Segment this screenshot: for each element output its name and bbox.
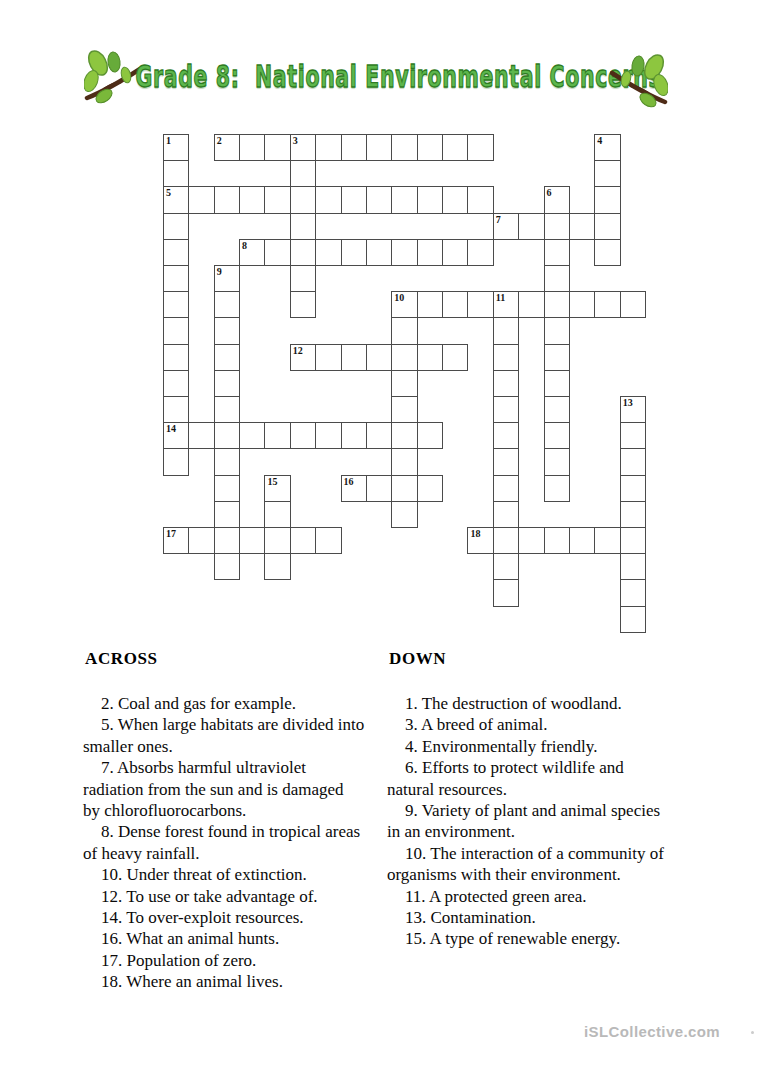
grid-cell-r2c9[interactable] [391, 186, 417, 213]
grid-cell-r17c13[interactable] [493, 579, 519, 606]
grid-cell-r2c6[interactable] [315, 186, 341, 213]
grid-cell-r6c11[interactable] [442, 291, 468, 318]
across-clue-list: 2. Coal and gas for example.5. When larg… [83, 693, 397, 993]
across-clue-16: 16. What an animal hunts. [83, 928, 397, 949]
grid-cell-r3c13[interactable]: 7 [493, 213, 519, 240]
grid-cell-r0c0[interactable]: 1 [163, 134, 189, 161]
grid-cell-r16c2[interactable] [214, 553, 240, 580]
grid-cell-r3c0[interactable] [163, 213, 189, 240]
clue-number: 6 [547, 187, 552, 198]
grid-cell-r5c2[interactable]: 9 [214, 265, 240, 292]
down-clue-11: 11. A protected green area. [387, 886, 701, 907]
grid-cell-r4c11[interactable] [442, 239, 468, 266]
grid-cell-r7c9[interactable] [391, 317, 417, 344]
grid-cell-r9c9[interactable] [391, 370, 417, 397]
grid-cell-r7c0[interactable] [163, 317, 189, 344]
grid-cell-r6c16[interactable] [569, 291, 595, 318]
grid-cell-r2c1[interactable] [188, 186, 214, 213]
grid-cell-r4c15[interactable] [544, 239, 570, 266]
grid-cell-r2c2[interactable] [214, 186, 240, 213]
grid-cell-r3c14[interactable] [518, 213, 544, 240]
grid-cell-r15c2[interactable] [214, 527, 240, 554]
grid-cell-r8c2[interactable] [214, 344, 240, 371]
grid-cell-r14c9[interactable] [391, 501, 417, 528]
grid-cell-r0c11[interactable] [442, 134, 468, 161]
grid-cell-r6c5[interactable] [290, 291, 316, 318]
across-clue-17: 17. Population of zero. [83, 950, 397, 971]
grid-cell-r15c1[interactable] [188, 527, 214, 554]
grid-cell-r15c13[interactable] [493, 527, 519, 554]
grid-cell-r11c5[interactable] [290, 422, 316, 449]
grid-cell-r11c10[interactable] [417, 422, 443, 449]
grid-cell-r14c2[interactable] [214, 501, 240, 528]
grid-cell-r2c11[interactable] [442, 186, 468, 213]
clue-number: 7 [496, 214, 501, 225]
grid-cell-r6c14[interactable] [518, 291, 544, 318]
grid-cell-r8c9[interactable] [391, 344, 417, 371]
down-clue-4: 4. Environmentally friendly. [387, 736, 701, 757]
grid-cell-r8c6[interactable] [315, 344, 341, 371]
grid-cell-r8c5[interactable]: 12 [290, 344, 316, 371]
grid-cell-r4c6[interactable] [315, 239, 341, 266]
grid-cell-r3c17[interactable] [594, 213, 620, 240]
grid-cell-r12c18[interactable] [620, 448, 646, 475]
clue-number: 14 [166, 423, 176, 434]
across-clue-12: 12. To use or take advantage of. [83, 886, 397, 907]
leaf-branch-icon [610, 52, 668, 110]
clue-number: 9 [217, 266, 222, 277]
down-section: DOWN 1. The destruction of woodland.3. A… [387, 649, 701, 950]
grid-cell-r13c4[interactable]: 15 [264, 475, 290, 502]
grid-cell-r11c18[interactable] [620, 422, 646, 449]
grid-cell-r15c12[interactable]: 18 [467, 527, 493, 554]
grid-cell-r15c0[interactable]: 17 [163, 527, 189, 554]
grid-cell-r12c0[interactable] [163, 448, 189, 475]
grid-cell-r12c2[interactable] [214, 448, 240, 475]
down-clue-15: 15. A type of renewable energy. [387, 928, 701, 949]
across-section: ACROSS 2. Coal and gas for example.5. Wh… [83, 649, 397, 993]
grid-cell-r4c10[interactable] [417, 239, 443, 266]
clue-number: 5 [166, 187, 171, 198]
grid-cell-r10c15[interactable] [544, 396, 570, 423]
down-clue-list: 1. The destruction of woodland.3. A bree… [387, 693, 701, 950]
across-clue-14: 14. To over-exploit resources. [83, 907, 397, 928]
across-clue-2: 2. Coal and gas for example. [83, 693, 397, 714]
grid-cell-r6c17[interactable] [594, 291, 620, 318]
grid-cell-r1c17[interactable] [594, 160, 620, 187]
clue-number: 13 [623, 397, 633, 408]
down-header: DOWN [389, 649, 701, 669]
grid-cell-r14c4[interactable] [264, 501, 290, 528]
grid-cell-r6c9[interactable]: 10 [391, 291, 417, 318]
clue-number: 8 [242, 240, 247, 251]
clue-number: 4 [597, 135, 602, 146]
grid-cell-r2c17[interactable] [594, 186, 620, 213]
down-clue-6: 6. Efforts to protect wildlife and natur… [387, 757, 701, 800]
grid-cell-r2c0[interactable]: 5 [163, 186, 189, 213]
grid-cell-r0c12[interactable] [467, 134, 493, 161]
grid-cell-r6c15[interactable] [544, 291, 570, 318]
grid-cell-r11c3[interactable] [239, 422, 265, 449]
across-clue-7: 7. Absorbs harmful ultraviolet radiation… [83, 757, 397, 821]
grid-cell-r15c6[interactable] [315, 527, 341, 554]
grid-cell-r13c15[interactable] [544, 475, 570, 502]
grid-cell-r10c9[interactable] [391, 396, 417, 423]
grid-cell-r2c8[interactable] [366, 186, 392, 213]
grid-cell-r0c7[interactable] [341, 134, 367, 161]
grid-cell-r9c0[interactable] [163, 370, 189, 397]
grid-cell-r3c16[interactable] [569, 213, 595, 240]
grid-cell-r4c0[interactable] [163, 239, 189, 266]
grid-cell-r15c5[interactable] [290, 527, 316, 554]
grid-cell-r6c13[interactable]: 11 [493, 291, 519, 318]
grid-cell-r13c2[interactable] [214, 475, 240, 502]
grid-cell-r6c10[interactable] [417, 291, 443, 318]
grid-cell-r8c11[interactable] [442, 344, 468, 371]
grid-cell-r0c8[interactable] [366, 134, 392, 161]
grid-cell-r0c5[interactable]: 3 [290, 134, 316, 161]
down-clue-1: 1. The destruction of woodland. [387, 693, 701, 714]
grid-cell-r3c15[interactable] [544, 213, 570, 240]
grid-cell-r10c2[interactable] [214, 396, 240, 423]
grid-cell-r2c7[interactable] [341, 186, 367, 213]
grid-cell-r5c15[interactable] [544, 265, 570, 292]
clue-number: 10 [394, 292, 404, 303]
grid-cell-r7c2[interactable] [214, 317, 240, 344]
grid-cell-r9c13[interactable] [493, 370, 519, 397]
grid-cell-r7c13[interactable] [493, 317, 519, 344]
grid-cell-r13c9[interactable] [391, 475, 417, 502]
grid-cell-r8c8[interactable] [366, 344, 392, 371]
down-clue-3: 3. A breed of animal. [387, 714, 701, 735]
grid-cell-r4c5[interactable] [290, 239, 316, 266]
grid-cell-r8c13[interactable] [493, 344, 519, 371]
across-clue-18: 18. Where an animal lives. [83, 971, 397, 992]
grid-cell-r13c8[interactable] [366, 475, 392, 502]
grid-cell-r15c15[interactable] [544, 527, 570, 554]
across-clue-10: 10. Under threat of extinction. [83, 864, 397, 885]
grid-cell-r11c4[interactable] [264, 422, 290, 449]
grid-cell-r15c17[interactable] [594, 527, 620, 554]
grid-cell-r4c12[interactable] [467, 239, 493, 266]
grid-cell-r13c7[interactable]: 16 [341, 475, 367, 502]
clue-number: 11 [496, 292, 505, 303]
grid-cell-r18c18[interactable] [620, 606, 646, 633]
grid-cell-r15c14[interactable] [518, 527, 544, 554]
clue-number: 17 [166, 528, 176, 539]
grid-cell-r10c13[interactable] [493, 396, 519, 423]
clue-number: 16 [344, 476, 354, 487]
clue-number: 15 [267, 476, 277, 487]
grid-cell-r2c4[interactable] [264, 186, 290, 213]
page-title: Grade 8: National Environmental Concerns [135, 56, 661, 96]
across-header: ACROSS [85, 649, 397, 669]
down-clue-13: 13. Contamination. [387, 907, 701, 928]
grid-cell-r0c6[interactable] [315, 134, 341, 161]
grid-cell-r0c17[interactable]: 4 [594, 134, 620, 161]
grid-cell-r4c3[interactable]: 8 [239, 239, 265, 266]
grid-cell-r16c18[interactable] [620, 553, 646, 580]
grid-cell-r2c15[interactable]: 6 [544, 186, 570, 213]
grid-cell-r13c10[interactable] [417, 475, 443, 502]
grid-cell-r4c4[interactable] [264, 239, 290, 266]
grid-cell-r4c8[interactable] [366, 239, 392, 266]
grid-cell-r12c13[interactable] [493, 448, 519, 475]
across-clue-8: 8. Dense forest found in tropical areas … [83, 821, 397, 864]
footer-brand: iSLCollective.com [584, 1023, 720, 1040]
clue-number: 12 [293, 345, 303, 356]
grid-cell-r15c18[interactable] [620, 527, 646, 554]
grid-cell-r2c5[interactable] [290, 186, 316, 213]
grid-cell-r4c7[interactable] [341, 239, 367, 266]
grid-cell-r8c15[interactable] [544, 344, 570, 371]
grid-cell-r6c12[interactable] [467, 291, 493, 318]
across-clue-5: 5. When large habitats are divided into … [83, 714, 397, 757]
grid-cell-r11c15[interactable] [544, 422, 570, 449]
grid-cell-r10c0[interactable] [163, 396, 189, 423]
grid-cell-r14c18[interactable] [620, 501, 646, 528]
grid-cell-r11c0[interactable]: 14 [163, 422, 189, 449]
grid-cell-r6c18[interactable] [620, 291, 646, 318]
grid-cell-r4c17[interactable] [594, 239, 620, 266]
grid-cell-r3c5[interactable] [290, 213, 316, 240]
grid-cell-r5c5[interactable] [290, 265, 316, 292]
grid-cell-r9c15[interactable] [544, 370, 570, 397]
grid-cell-r11c7[interactable] [341, 422, 367, 449]
grid-cell-r12c9[interactable] [391, 448, 417, 475]
grid-cell-r11c8[interactable] [366, 422, 392, 449]
grid-cell-r13c18[interactable] [620, 475, 646, 502]
grid-cell-r16c13[interactable] [493, 553, 519, 580]
grid-cell-r8c7[interactable] [341, 344, 367, 371]
grid-cell-r11c2[interactable] [214, 422, 240, 449]
footer-dot [751, 1031, 754, 1034]
grid-cell-r17c18[interactable] [620, 579, 646, 606]
grid-cell-r6c0[interactable] [163, 291, 189, 318]
grid-cell-r15c3[interactable] [239, 527, 265, 554]
grid-cell-r11c6[interactable] [315, 422, 341, 449]
grid-cell-r0c9[interactable] [391, 134, 417, 161]
grid-cell-r2c12[interactable] [467, 186, 493, 213]
clue-number: 1 [166, 135, 171, 146]
grid-cell-r0c10[interactable] [417, 134, 443, 161]
down-clue-9: 9. Variety of plant and animal species i… [387, 800, 701, 843]
grid-cell-r5c0[interactable] [163, 265, 189, 292]
grid-cell-r8c10[interactable] [417, 344, 443, 371]
grid-cell-r0c2[interactable]: 2 [214, 134, 240, 161]
grid-cell-r14c13[interactable] [493, 501, 519, 528]
grid-cell-r7c15[interactable] [544, 317, 570, 344]
grid-cell-r8c0[interactable] [163, 344, 189, 371]
clue-number: 2 [217, 135, 222, 146]
grid-cell-r15c16[interactable] [569, 527, 595, 554]
down-clue-10: 10. The interaction of a community of or… [387, 843, 701, 886]
grid-cell-r4c9[interactable] [391, 239, 417, 266]
grid-cell-r6c2[interactable] [214, 291, 240, 318]
grid-cell-r0c4[interactable] [264, 134, 290, 161]
crossword-grid: 123456789101112131415161718 [163, 134, 647, 634]
grid-cell-r0c3[interactable] [239, 134, 265, 161]
grid-cell-r11c13[interactable] [493, 422, 519, 449]
clue-number: 3 [293, 135, 298, 146]
grid-cell-r13c13[interactable] [493, 475, 519, 502]
grid-cell-r10c18[interactable]: 13 [620, 396, 646, 423]
grid-cell-r11c9[interactable] [391, 422, 417, 449]
grid-cell-r9c2[interactable] [214, 370, 240, 397]
grid-cell-r16c4[interactable] [264, 553, 290, 580]
grid-cell-r1c0[interactable] [163, 160, 189, 187]
grid-cell-r2c10[interactable] [417, 186, 443, 213]
grid-cell-r11c1[interactable] [188, 422, 214, 449]
grid-cell-r1c5[interactable] [290, 160, 316, 187]
grid-cell-r15c4[interactable] [264, 527, 290, 554]
grid-cell-r12c15[interactable] [544, 448, 570, 475]
clue-number: 18 [470, 528, 480, 539]
grid-cell-r2c3[interactable] [239, 186, 265, 213]
